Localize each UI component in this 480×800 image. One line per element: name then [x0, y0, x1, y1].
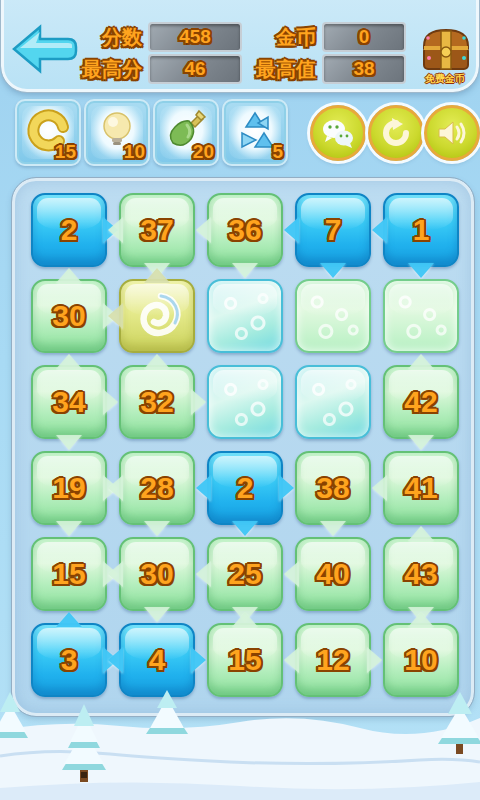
tile-r5c1[interactable]: 15	[31, 537, 107, 611]
best-value-value: 38	[353, 58, 374, 80]
tile-number: 1	[413, 213, 430, 247]
tile-r2c1[interactable]: 30	[31, 279, 107, 353]
tile-arrow-down-icon	[320, 521, 346, 536]
tile-number: 42	[404, 385, 437, 419]
top-status-bar: 分数 458 金币 0 最高分 46 最高值 38	[1, 0, 479, 92]
wechat-icon	[321, 116, 355, 150]
coins-label: 金币	[240, 24, 316, 51]
tile-arrow-down-icon	[232, 521, 258, 536]
tile-r1c1[interactable]: 2	[31, 193, 107, 267]
tile-number: 19	[52, 471, 85, 505]
tile-r6c4[interactable]: 12	[295, 623, 371, 697]
powerup-shovel-button[interactable]: 20	[153, 99, 219, 166]
free-coins-label: 免费金币	[412, 72, 478, 86]
tile-number: 30	[52, 299, 85, 333]
tile-r5c2[interactable]: 30	[119, 537, 195, 611]
tile-arrow-left-icon	[284, 561, 299, 587]
tile-number: 25	[228, 557, 261, 591]
tile-r3c3[interactable]	[207, 365, 283, 439]
tile-number: 37	[140, 213, 173, 247]
best-value-label: 最高值	[240, 56, 316, 83]
tile-number: 2	[61, 213, 78, 247]
tile-arrow-up-icon	[144, 354, 170, 369]
tile-r4c4[interactable]: 38	[295, 451, 371, 525]
best-score-value-box: 46	[148, 54, 242, 84]
tile-arrow-left-icon	[108, 217, 123, 243]
tile-r5c5[interactable]: 43	[383, 537, 459, 611]
score-value-box: 458	[148, 22, 242, 52]
tile-r1c4[interactable]: 7	[295, 193, 371, 267]
tile-r3c1[interactable]: 34	[31, 365, 107, 439]
tile-arrow-right-icon	[279, 475, 294, 501]
score-value: 458	[179, 26, 211, 48]
tile-r5c3[interactable]: 25	[207, 537, 283, 611]
tile-number: 7	[325, 213, 342, 247]
tile-arrow-down-icon	[320, 263, 346, 278]
tile-arrow-right-icon	[191, 389, 206, 415]
tile-number: 15	[228, 643, 261, 677]
coins-value: 0	[359, 26, 370, 48]
powerup-swap-button[interactable]: 5	[222, 99, 288, 166]
tile-arrow-right-icon	[103, 389, 118, 415]
tile-r2c5[interactable]	[383, 279, 459, 353]
tile-r4c1[interactable]: 19	[31, 451, 107, 525]
tile-number: 2	[237, 471, 254, 505]
best-value-value-box: 38	[322, 54, 406, 84]
sound-button[interactable]	[424, 105, 480, 161]
tile-r3c5[interactable]: 42	[383, 365, 459, 439]
tile-r6c1[interactable]: 3	[31, 623, 107, 697]
tile-r3c4[interactable]	[295, 365, 371, 439]
tile-arrow-left-icon	[108, 561, 123, 587]
tile-arrow-left-icon	[372, 217, 387, 243]
tile-arrow-down-icon	[232, 263, 258, 278]
tile-r4c2[interactable]: 28	[119, 451, 195, 525]
tile-arrow-right-icon	[367, 647, 382, 673]
tile-arrow-down-icon	[56, 435, 82, 450]
snow-tree	[52, 704, 116, 792]
tile-number: 15	[52, 557, 85, 591]
game-board-panel: 2373671303432421928238411530254043341512…	[12, 178, 474, 716]
tile-arrow-left-icon	[372, 475, 387, 501]
tile-arrow-down-icon	[144, 607, 170, 622]
best-score-label: 最高分	[62, 56, 142, 83]
powerup-count: 20	[193, 141, 214, 163]
tile-r2c4[interactable]	[295, 279, 371, 353]
tile-r6c2[interactable]: 4	[119, 623, 195, 697]
tile-arrow-up-icon	[56, 268, 82, 283]
tile-number: 10	[404, 643, 437, 677]
tile-arrow-up-icon	[56, 354, 82, 369]
tile-arrow-right-icon	[191, 647, 206, 673]
tile-r3c2[interactable]: 32	[119, 365, 195, 439]
tile-arrow-down-icon	[408, 263, 434, 278]
powerup-count: 5	[272, 141, 283, 163]
tile-r4c3[interactable]: 2	[207, 451, 283, 525]
tile-number: 3	[61, 643, 78, 677]
tile-arrow-left-icon	[108, 303, 123, 329]
tile-arrow-left-icon	[196, 217, 211, 243]
tile-number: 43	[404, 557, 437, 591]
treasure-chest-icon	[419, 26, 473, 72]
free-coins-chest-button[interactable]	[419, 26, 473, 72]
tile-number: 28	[140, 471, 173, 505]
tile-arrow-left-icon	[108, 647, 123, 673]
tile-r2c3[interactable]	[207, 279, 283, 353]
tile-arrow-up-icon	[232, 612, 258, 627]
powerup-count: 10	[124, 141, 145, 163]
tile-number: 34	[52, 385, 85, 419]
tile-r6c5[interactable]: 10	[383, 623, 459, 697]
powerup-hint-button[interactable]: 10	[84, 99, 150, 166]
tile-arrow-down-icon	[408, 435, 434, 450]
tile-arrow-left-icon	[284, 647, 299, 673]
tile-number: 4	[149, 643, 166, 677]
tile-arrow-left-icon	[196, 561, 211, 587]
tile-r6c3[interactable]: 15	[207, 623, 283, 697]
tile-arrow-up-icon	[408, 612, 434, 627]
best-score-value: 46	[184, 58, 205, 80]
wechat-share-button[interactable]	[310, 105, 366, 161]
tile-number: 32	[140, 385, 173, 419]
tile-arrow-up-icon	[56, 612, 82, 627]
tile-number: 12	[316, 643, 349, 677]
tile-number: 30	[140, 557, 173, 591]
tile-r4c5[interactable]: 41	[383, 451, 459, 525]
tile-r2c2[interactable]	[119, 279, 195, 353]
tile-arrow-up-icon	[408, 526, 434, 541]
restart-button[interactable]	[368, 105, 424, 161]
score-label: 分数	[62, 24, 142, 51]
tile-arrow-up-icon	[408, 354, 434, 369]
tile-r1c3[interactable]: 36	[207, 193, 283, 267]
swirl-icon	[129, 288, 185, 344]
coins-value-box: 0	[322, 22, 406, 52]
sound-icon	[435, 116, 469, 150]
tile-arrow-left-icon	[284, 217, 299, 243]
tile-number: 40	[316, 557, 349, 591]
tile-arrow-up-icon	[144, 268, 170, 283]
restart-icon	[379, 116, 413, 150]
tile-arrow-left-icon	[196, 475, 211, 501]
snow-ground	[0, 704, 480, 800]
tile-number: 41	[404, 471, 437, 505]
tile-r1c5[interactable]: 1	[383, 193, 459, 267]
tile-number: 38	[316, 471, 349, 505]
tile-number: 36	[228, 213, 261, 247]
tile-r1c2[interactable]: 37	[119, 193, 195, 267]
tile-arrow-left-icon	[108, 475, 123, 501]
powerup-undo-button[interactable]: 15	[15, 99, 81, 166]
game-board-grid: 2373671303432421928238411530254043341512…	[31, 193, 455, 693]
powerup-count: 15	[55, 141, 76, 163]
tile-arrow-down-icon	[144, 521, 170, 536]
tile-r5c4[interactable]: 40	[295, 537, 371, 611]
tile-arrow-down-icon	[56, 521, 82, 536]
